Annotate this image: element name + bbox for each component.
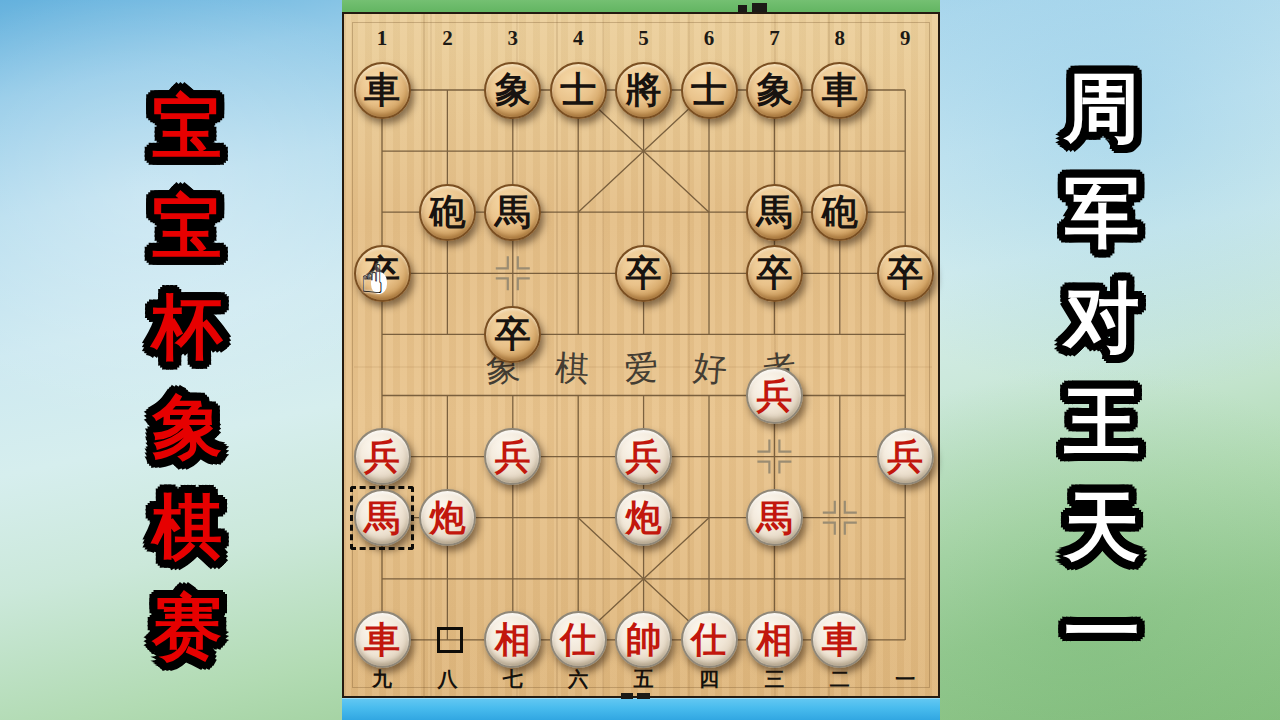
piece-label: 將 bbox=[626, 72, 662, 108]
piece-label: 兵 bbox=[364, 439, 400, 475]
file-number-top: 4 bbox=[563, 28, 593, 49]
left-banner-char: 宝 bbox=[152, 92, 222, 162]
move-origin-marker bbox=[437, 627, 463, 653]
river-watermark-char: 棋 bbox=[551, 350, 593, 386]
piece-red-相[interactable]: 相 bbox=[746, 611, 803, 668]
file-number-top: 3 bbox=[498, 28, 528, 49]
river-watermark-char: 好 bbox=[689, 350, 731, 387]
bottom-blue-bar bbox=[342, 698, 940, 720]
file-number-bottom: 五 bbox=[629, 669, 659, 689]
xiangqi-board[interactable]: 123456789 象棋爱好者 車象士將士象車砲馬馬砲卒卒卒卒卒兵兵兵兵兵馬炮炮… bbox=[342, 12, 940, 698]
file-number-bottom: 九 bbox=[367, 669, 397, 689]
board-column: 123456789 象棋爱好者 車象士將士象車砲馬馬砲卒卒卒卒卒兵兵兵兵兵馬炮炮… bbox=[342, 0, 940, 720]
piece-red-兵[interactable]: 兵 bbox=[746, 367, 803, 424]
piece-red-仕[interactable]: 仕 bbox=[681, 611, 738, 668]
piece-black-馬[interactable]: 馬 bbox=[746, 184, 803, 241]
piece-label: 相 bbox=[756, 622, 792, 658]
clipped-glyph bbox=[637, 693, 650, 699]
piece-black-車[interactable]: 車 bbox=[811, 62, 868, 119]
clipped-glyph bbox=[738, 5, 747, 12]
right-banner-char: 军 bbox=[1064, 175, 1140, 251]
screen: 宝宝杯象棋赛 周军对王天一 1234 bbox=[0, 0, 1280, 720]
file-number-bottom: 二 bbox=[825, 669, 855, 689]
piece-label: 馬 bbox=[756, 500, 792, 536]
right-banner-char: 天 bbox=[1064, 489, 1140, 565]
piece-black-將[interactable]: 將 bbox=[615, 62, 672, 119]
piece-label: 象 bbox=[756, 72, 792, 108]
piece-label: 相 bbox=[495, 622, 531, 658]
left-banner-char: 宝 bbox=[152, 192, 222, 262]
file-number-top: 5 bbox=[629, 28, 659, 49]
piece-label: 馬 bbox=[495, 194, 531, 230]
file-number-bottom: 四 bbox=[694, 669, 724, 689]
file-number-bottom: 三 bbox=[759, 669, 789, 689]
top-green-bar bbox=[342, 0, 940, 12]
file-number-top: 1 bbox=[367, 28, 397, 49]
piece-red-仕[interactable]: 仕 bbox=[550, 611, 607, 668]
left-banner-char: 杯 bbox=[152, 292, 222, 362]
piece-label: 象 bbox=[495, 72, 531, 108]
file-number-top: 6 bbox=[694, 28, 724, 49]
left-banner-char: 赛 bbox=[152, 592, 222, 662]
piece-black-馬[interactable]: 馬 bbox=[484, 184, 541, 241]
piece-black-象[interactable]: 象 bbox=[746, 62, 803, 119]
piece-red-車[interactable]: 車 bbox=[354, 611, 411, 668]
left-banner-char: 棋 bbox=[152, 492, 222, 562]
piece-label: 馬 bbox=[756, 194, 792, 230]
piece-red-馬[interactable]: 馬 bbox=[746, 489, 803, 546]
piece-black-士[interactable]: 士 bbox=[681, 62, 738, 119]
hand-cursor-icon: ☝ bbox=[360, 259, 400, 303]
piece-black-士[interactable]: 士 bbox=[550, 62, 607, 119]
file-number-top: 7 bbox=[759, 28, 789, 49]
piece-label: 炮 bbox=[429, 500, 465, 536]
left-banner: 宝宝杯象棋赛 bbox=[132, 92, 242, 662]
piece-black-象[interactable]: 象 bbox=[484, 62, 541, 119]
piece-label: 士 bbox=[691, 72, 727, 108]
piece-red-兵[interactable]: 兵 bbox=[615, 428, 672, 485]
piece-label: 車 bbox=[364, 72, 400, 108]
piece-black-卒[interactable]: 卒 bbox=[615, 245, 672, 302]
piece-red-兵[interactable]: 兵 bbox=[484, 428, 541, 485]
piece-label: 卒 bbox=[887, 255, 923, 291]
piece-label: 兵 bbox=[495, 439, 531, 475]
file-number-top: 2 bbox=[432, 28, 462, 49]
piece-label: 兵 bbox=[626, 439, 662, 475]
right-banner: 周军对王天一 bbox=[1042, 70, 1162, 670]
right-banner-char: 王 bbox=[1064, 384, 1140, 460]
piece-label: 兵 bbox=[756, 378, 792, 414]
piece-label: 卒 bbox=[495, 316, 531, 352]
piece-black-車[interactable]: 車 bbox=[354, 62, 411, 119]
piece-red-炮[interactable]: 炮 bbox=[615, 489, 672, 546]
file-number-top: 9 bbox=[890, 28, 920, 49]
file-number-bottom: 一 bbox=[890, 669, 920, 689]
clipped-glyph bbox=[621, 693, 633, 699]
right-banner-char: 对 bbox=[1064, 280, 1140, 356]
right-banner-char: 一 bbox=[1064, 594, 1140, 670]
piece-label: 士 bbox=[560, 72, 596, 108]
river-watermark-char: 爱 bbox=[620, 350, 662, 387]
piece-label: 炮 bbox=[626, 500, 662, 536]
piece-black-卒[interactable]: 卒 bbox=[746, 245, 803, 302]
piece-black-卒[interactable]: 卒 bbox=[877, 245, 934, 302]
piece-label: 車 bbox=[822, 622, 858, 658]
piece-label: 兵 bbox=[887, 439, 923, 475]
selection-highlight bbox=[350, 486, 414, 550]
piece-label: 仕 bbox=[691, 622, 727, 658]
piece-label: 車 bbox=[822, 72, 858, 108]
piece-label: 仕 bbox=[560, 622, 596, 658]
piece-black-砲[interactable]: 砲 bbox=[419, 184, 476, 241]
clipped-glyph bbox=[752, 3, 767, 12]
piece-red-兵[interactable]: 兵 bbox=[877, 428, 934, 485]
piece-black-砲[interactable]: 砲 bbox=[811, 184, 868, 241]
pointing-hand-glyph: ☝ bbox=[360, 259, 384, 299]
file-number-top: 8 bbox=[825, 28, 855, 49]
piece-black-卒[interactable]: 卒 bbox=[484, 306, 541, 363]
piece-red-兵[interactable]: 兵 bbox=[354, 428, 411, 485]
file-number-bottom: 八 bbox=[432, 669, 462, 689]
piece-red-炮[interactable]: 炮 bbox=[419, 489, 476, 546]
right-banner-char: 周 bbox=[1064, 70, 1140, 146]
file-number-bottom: 七 bbox=[498, 669, 528, 689]
piece-label: 帥 bbox=[626, 622, 662, 658]
piece-label: 砲 bbox=[822, 194, 858, 230]
piece-label: 砲 bbox=[429, 194, 465, 230]
piece-label: 車 bbox=[364, 622, 400, 658]
piece-label: 卒 bbox=[626, 255, 662, 291]
file-number-bottom: 六 bbox=[563, 669, 593, 689]
piece-label: 卒 bbox=[756, 255, 792, 291]
left-banner-char: 象 bbox=[152, 392, 222, 462]
